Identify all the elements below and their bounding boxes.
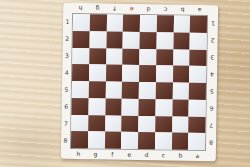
square-f3[interactable] bbox=[106, 48, 123, 65]
square-e7[interactable] bbox=[121, 115, 138, 132]
square-f5[interactable] bbox=[105, 81, 122, 98]
square-c6[interactable] bbox=[155, 99, 172, 116]
square-e8[interactable] bbox=[121, 132, 138, 149]
rank-label-left-7: 7 bbox=[61, 115, 70, 132]
square-g8[interactable] bbox=[88, 131, 105, 148]
square-g7[interactable] bbox=[88, 115, 105, 132]
square-b6[interactable] bbox=[172, 99, 189, 116]
square-g4[interactable] bbox=[89, 64, 106, 81]
square-a3[interactable] bbox=[190, 49, 207, 66]
square-d7[interactable] bbox=[138, 115, 155, 132]
file-label-top-h: h bbox=[72, 3, 89, 13]
square-c4[interactable] bbox=[156, 66, 173, 83]
rank-label-right-8: 8 bbox=[206, 134, 216, 151]
file-label-top-g: g bbox=[89, 3, 106, 13]
square-e4[interactable] bbox=[122, 65, 139, 82]
square-g6[interactable] bbox=[88, 98, 105, 115]
square-h6[interactable] bbox=[71, 98, 88, 115]
square-g2[interactable] bbox=[89, 31, 106, 48]
square-a7[interactable] bbox=[188, 116, 205, 133]
rank-label-right-4: 4 bbox=[207, 66, 217, 83]
square-d5[interactable] bbox=[139, 82, 156, 99]
square-h1[interactable] bbox=[73, 14, 90, 31]
file-label-bottom-h: h bbox=[70, 149, 87, 159]
square-c1[interactable] bbox=[157, 15, 174, 32]
square-c2[interactable] bbox=[156, 32, 173, 49]
rank-label-left-6: 6 bbox=[61, 98, 70, 115]
square-f4[interactable] bbox=[106, 65, 123, 82]
chess-board bbox=[70, 13, 208, 151]
square-a1[interactable] bbox=[190, 16, 207, 33]
square-h3[interactable] bbox=[72, 47, 89, 64]
file-label-top-e: e bbox=[123, 4, 140, 14]
square-a2[interactable] bbox=[190, 33, 207, 50]
square-e5[interactable] bbox=[122, 82, 139, 99]
square-h2[interactable] bbox=[73, 31, 90, 48]
rank-label-left-3: 3 bbox=[62, 47, 71, 64]
chessboard-mat: hgfedcba hgfedcba 12345678 12345678 bbox=[61, 3, 218, 161]
screenshot: hgfedcba hgfedcba 12345678 12345678 bbox=[0, 0, 250, 167]
square-f1[interactable] bbox=[106, 14, 123, 31]
square-h5[interactable] bbox=[72, 81, 89, 98]
square-a4[interactable] bbox=[189, 66, 206, 83]
rank-label-right-7: 7 bbox=[206, 117, 216, 134]
square-a5[interactable] bbox=[189, 83, 206, 100]
rank-label-left-1: 1 bbox=[63, 13, 72, 30]
square-b3[interactable] bbox=[173, 49, 190, 66]
file-label-bottom-c: c bbox=[155, 150, 172, 160]
file-label-bottom-e: e bbox=[121, 150, 138, 160]
file-label-bottom-d: d bbox=[138, 150, 155, 160]
square-d4[interactable] bbox=[139, 65, 156, 82]
square-d2[interactable] bbox=[140, 32, 157, 49]
rank-label-right-5: 5 bbox=[207, 83, 217, 100]
rank-label-left-5: 5 bbox=[62, 81, 71, 98]
file-label-bottom-f: f bbox=[104, 149, 121, 159]
square-c7[interactable] bbox=[155, 116, 172, 133]
square-d3[interactable] bbox=[139, 48, 156, 65]
file-label-top-b: b bbox=[174, 5, 191, 15]
square-c3[interactable] bbox=[156, 49, 173, 66]
file-label-top-f: f bbox=[106, 3, 123, 13]
rank-label-right-3: 3 bbox=[207, 49, 217, 66]
square-f6[interactable] bbox=[105, 98, 122, 115]
square-b1[interactable] bbox=[173, 16, 190, 33]
square-f7[interactable] bbox=[105, 115, 122, 132]
file-label-top-d: d bbox=[140, 4, 157, 14]
file-label-bottom-g: g bbox=[87, 149, 104, 159]
square-d1[interactable] bbox=[140, 15, 157, 32]
square-h4[interactable] bbox=[72, 64, 89, 81]
rank-label-right-2: 2 bbox=[208, 32, 218, 49]
square-e3[interactable] bbox=[123, 48, 140, 65]
square-g3[interactable] bbox=[89, 48, 106, 65]
square-g1[interactable] bbox=[90, 14, 107, 31]
square-e2[interactable] bbox=[123, 31, 140, 48]
file-label-top-c: c bbox=[157, 4, 174, 14]
square-e6[interactable] bbox=[122, 98, 139, 115]
square-a8[interactable] bbox=[188, 133, 205, 150]
square-g5[interactable] bbox=[88, 81, 105, 98]
square-d8[interactable] bbox=[138, 132, 155, 149]
rank-label-right-1: 1 bbox=[208, 15, 218, 32]
square-f8[interactable] bbox=[104, 132, 121, 149]
square-c8[interactable] bbox=[155, 132, 172, 149]
square-e1[interactable] bbox=[123, 15, 140, 32]
square-f2[interactable] bbox=[106, 31, 123, 48]
square-d6[interactable] bbox=[138, 99, 155, 116]
square-b4[interactable] bbox=[172, 66, 189, 83]
square-b7[interactable] bbox=[172, 116, 189, 133]
file-label-bottom-b: b bbox=[172, 151, 189, 161]
square-a6[interactable] bbox=[189, 100, 206, 117]
square-b5[interactable] bbox=[172, 83, 189, 100]
rank-label-left-2: 2 bbox=[63, 30, 72, 47]
square-c5[interactable] bbox=[155, 82, 172, 99]
file-label-top-a: a bbox=[191, 5, 208, 15]
file-label-bottom-a: a bbox=[189, 151, 206, 161]
rank-label-left-8: 8 bbox=[61, 132, 70, 149]
rank-label-right-6: 6 bbox=[206, 100, 216, 117]
square-h8[interactable] bbox=[71, 131, 88, 148]
square-b2[interactable] bbox=[173, 32, 190, 49]
square-b8[interactable] bbox=[171, 133, 188, 150]
square-h7[interactable] bbox=[71, 114, 88, 131]
rank-label-left-4: 4 bbox=[62, 64, 71, 81]
